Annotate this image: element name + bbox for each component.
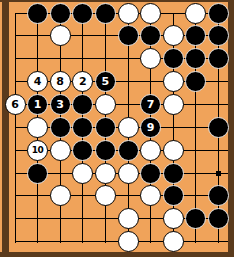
black-stone [208,3,229,24]
black-stone [72,117,93,138]
black-stone [72,94,93,115]
black-stone [72,3,93,24]
white-stone [140,3,161,24]
star-point [216,171,221,176]
white-stone [27,117,48,138]
white-stone [118,231,139,252]
white-stone [118,208,139,229]
white-stone [95,185,116,206]
white-stone [163,71,184,92]
black-stone [208,25,229,46]
black-stone [140,163,161,184]
black-stone [95,140,116,161]
white-stone [163,140,184,161]
white-stone [118,3,139,24]
white-stone [72,163,93,184]
black-stone [163,185,184,206]
white-stone [95,163,116,184]
board-frame-left [2,0,9,257]
board-frame-top [0,0,234,2]
white-stone [50,25,71,46]
black-stone-move-1: 1 [27,94,48,115]
black-stone [185,48,206,69]
white-stone [140,48,161,69]
white-stone-move-4: 4 [27,71,48,92]
white-stone [163,94,184,115]
grid-line-vertical [15,13,16,243]
grid-line-horizontal [15,195,228,196]
black-stone [118,25,139,46]
white-stone-move-2: 2 [72,71,93,92]
black-stone [208,185,229,206]
white-stone [118,163,139,184]
white-stone [163,231,184,252]
black-stone [208,117,229,138]
black-stone [163,48,184,69]
white-stone-move-10: 10 [27,140,48,161]
white-stone-move-6: 6 [5,94,26,115]
black-stone-move-5: 5 [95,71,116,92]
black-stone [118,140,139,161]
black-stone-move-9: 9 [140,117,161,138]
white-stone [163,208,184,229]
go-board: 48256137910 [0,0,234,257]
black-stone [27,3,48,24]
black-stone [50,3,71,24]
board-frame-right [228,0,234,257]
black-stone-move-3: 3 [50,94,71,115]
black-stone [50,117,71,138]
white-stone [50,140,71,161]
black-stone [95,3,116,24]
white-stone [118,117,139,138]
black-stone [140,25,161,46]
white-stone [185,3,206,24]
black-stone-move-7: 7 [140,94,161,115]
board-frame-bottom [0,252,234,257]
black-stone [163,163,184,184]
black-stone [27,163,48,184]
black-stone [185,25,206,46]
white-stone [140,185,161,206]
white-stone [163,25,184,46]
white-stone [95,94,116,115]
white-stone [140,140,161,161]
black-stone [185,71,206,92]
white-stone-move-8: 8 [50,71,71,92]
black-stone [185,208,206,229]
black-stone [95,117,116,138]
white-stone [50,185,71,206]
black-stone [208,208,229,229]
black-stone [208,48,229,69]
black-stone [72,140,93,161]
